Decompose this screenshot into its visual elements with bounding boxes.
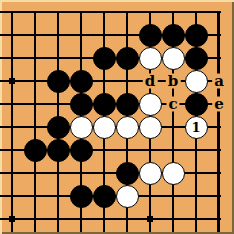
black-stone — [93, 93, 116, 116]
white-stone — [162, 162, 185, 185]
black-stone — [139, 24, 162, 47]
white-stone — [139, 93, 162, 116]
star-point — [9, 216, 15, 222]
black-stone — [47, 70, 70, 93]
grid-line-vertical — [11, 11, 13, 232]
star-point — [9, 78, 15, 84]
black-stone — [70, 185, 93, 208]
star-point — [147, 216, 153, 222]
point-label-c: c — [166, 97, 179, 112]
black-stone — [70, 93, 93, 116]
point-label-e: e — [212, 97, 226, 112]
move-number: 1 — [191, 121, 200, 134]
black-stone — [70, 139, 93, 162]
point-label-b: b — [166, 74, 181, 89]
white-stone — [139, 162, 162, 185]
white-stone — [139, 47, 162, 70]
black-stone — [116, 93, 139, 116]
black-stone — [162, 24, 185, 47]
black-stone — [116, 162, 139, 185]
black-stone — [116, 47, 139, 70]
white-stone — [116, 185, 139, 208]
grid-line-vertical — [34, 11, 36, 232]
black-stone — [70, 70, 93, 93]
white-stone — [185, 70, 208, 93]
point-label-a: a — [212, 74, 226, 89]
black-stone — [93, 47, 116, 70]
white-stone — [116, 116, 139, 139]
white-stone — [139, 116, 162, 139]
black-stone — [185, 24, 208, 47]
black-stone — [47, 116, 70, 139]
white-stone — [162, 47, 185, 70]
white-stone — [70, 116, 93, 139]
black-stone — [47, 139, 70, 162]
go-board: 1dbace — [0, 0, 234, 234]
board-edge-right — [217, 11, 220, 232]
white-stone — [93, 116, 116, 139]
black-stone — [24, 139, 47, 162]
black-stone — [185, 47, 208, 70]
point-label-d: d — [143, 74, 158, 89]
black-stone — [93, 185, 116, 208]
white-stone-numbered: 1 — [185, 116, 208, 139]
black-stone — [185, 93, 208, 116]
